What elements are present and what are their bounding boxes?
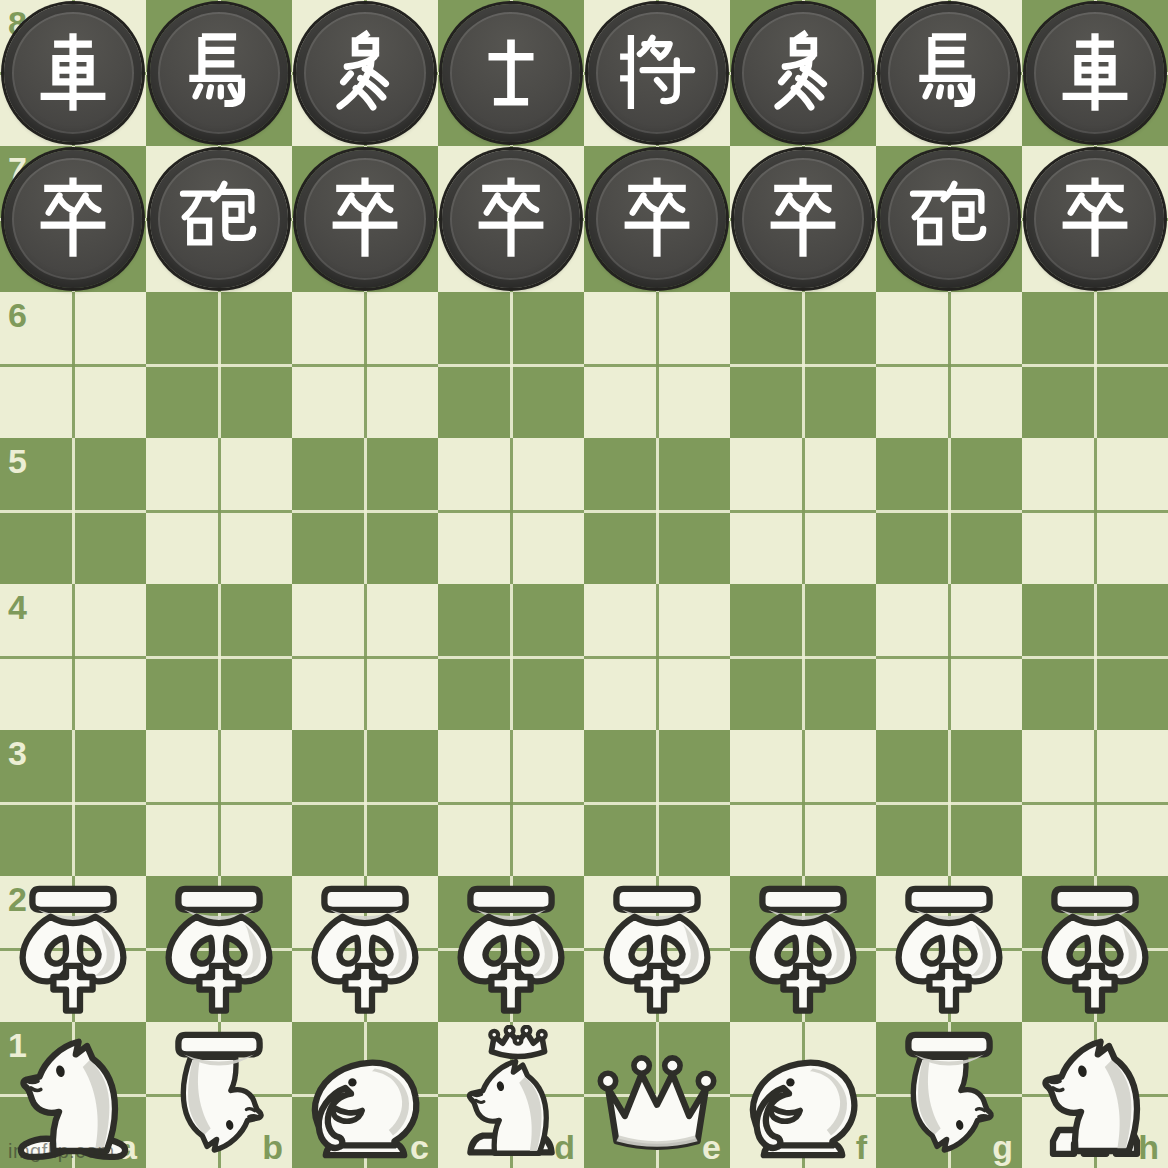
square-g8	[876, 0, 1022, 146]
piece-d8-black-advisor	[442, 4, 580, 142]
piece-b1-white-inverted-knight	[149, 1025, 289, 1165]
square-e1: e	[584, 1022, 730, 1168]
square-g7	[876, 146, 1022, 292]
square-c4	[292, 584, 438, 730]
square-f2	[730, 876, 876, 1022]
square-a3: 3	[0, 730, 146, 876]
square-e5	[584, 438, 730, 584]
piece-g8-black-horse	[880, 4, 1018, 142]
square-a5: 5	[0, 438, 146, 584]
square-a4: 4	[0, 584, 146, 730]
piece-g1-white-inverted-knight	[879, 1025, 1019, 1165]
square-h5	[1022, 438, 1168, 584]
square-b1: b	[146, 1022, 292, 1168]
square-c3	[292, 730, 438, 876]
square-f1: f	[730, 1022, 876, 1168]
piece-h7-black-soldier	[1026, 150, 1164, 288]
square-f3	[730, 730, 876, 876]
square-b7	[146, 146, 292, 292]
piece-d2-white-inverted-king	[441, 879, 581, 1019]
square-h8	[1022, 0, 1168, 146]
square-c1: c	[292, 1022, 438, 1168]
piece-b7-black-cannon	[150, 150, 288, 288]
piece-b2-white-inverted-king	[149, 879, 289, 1019]
square-d5	[438, 438, 584, 584]
square-a6: 6	[0, 292, 146, 438]
square-d2	[438, 876, 584, 1022]
piece-c7-black-soldier	[296, 150, 434, 288]
square-b8	[146, 0, 292, 146]
rank-label-4: 4	[8, 590, 27, 624]
piece-e2-white-inverted-king	[587, 879, 727, 1019]
square-c8	[292, 0, 438, 146]
square-g6	[876, 292, 1022, 438]
piece-g7-black-cannon	[880, 150, 1018, 288]
piece-a8-black-chariot	[4, 4, 142, 142]
square-h6	[1022, 292, 1168, 438]
square-e2	[584, 876, 730, 1022]
square-e3	[584, 730, 730, 876]
square-g3	[876, 730, 1022, 876]
square-f5	[730, 438, 876, 584]
square-h3	[1022, 730, 1168, 876]
piece-e1-white-crown	[587, 1025, 727, 1165]
rank-label-3: 3	[8, 736, 27, 770]
rank-label-6: 6	[8, 298, 27, 332]
piece-c1-white-elephant	[295, 1025, 435, 1165]
square-g5	[876, 438, 1022, 584]
piece-f8-black-elephant	[734, 4, 872, 142]
chess-board: 87654321abcdefgh	[0, 0, 1168, 1168]
square-b6	[146, 292, 292, 438]
piece-e7-black-soldier	[588, 150, 726, 288]
square-a8: 8	[0, 0, 146, 146]
square-b2	[146, 876, 292, 1022]
square-h4	[1022, 584, 1168, 730]
piece-f2-white-inverted-king	[733, 879, 873, 1019]
square-d4	[438, 584, 584, 730]
square-d7	[438, 146, 584, 292]
square-c5	[292, 438, 438, 584]
square-g4	[876, 584, 1022, 730]
square-f7	[730, 146, 876, 292]
square-b4	[146, 584, 292, 730]
square-g2	[876, 876, 1022, 1022]
square-e4	[584, 584, 730, 730]
square-e8	[584, 0, 730, 146]
square-c2	[292, 876, 438, 1022]
square-c7	[292, 146, 438, 292]
piece-d1-white-crowned-knight	[441, 1025, 581, 1165]
square-a2: 2	[0, 876, 146, 1022]
piece-h1-white-knight	[1025, 1025, 1165, 1165]
piece-c8-black-elephant	[296, 4, 434, 142]
piece-a7-black-soldier	[4, 150, 142, 288]
piece-h2-white-inverted-king	[1025, 879, 1165, 1019]
square-d3	[438, 730, 584, 876]
square-e7	[584, 146, 730, 292]
piece-h8-black-chariot	[1026, 4, 1164, 142]
piece-g2-white-inverted-king	[879, 879, 1019, 1019]
square-g1: g	[876, 1022, 1022, 1168]
square-c6	[292, 292, 438, 438]
piece-f7-black-soldier	[734, 150, 872, 288]
rank-label-5: 5	[8, 444, 27, 478]
piece-f1-white-elephant	[733, 1025, 873, 1165]
square-a7: 7	[0, 146, 146, 292]
square-b5	[146, 438, 292, 584]
piece-a2-white-inverted-king	[3, 879, 143, 1019]
piece-e8-black-general	[588, 4, 726, 142]
square-e6	[584, 292, 730, 438]
square-f6	[730, 292, 876, 438]
piece-d7-black-soldier	[442, 150, 580, 288]
square-f8	[730, 0, 876, 146]
square-h1: h	[1022, 1022, 1168, 1168]
watermark: imgflip.com	[8, 1140, 115, 1163]
square-d1: d	[438, 1022, 584, 1168]
piece-b8-black-horse	[150, 4, 288, 142]
square-b3	[146, 730, 292, 876]
piece-c2-white-inverted-king	[295, 879, 435, 1019]
square-h2	[1022, 876, 1168, 1022]
square-d6	[438, 292, 584, 438]
square-h7	[1022, 146, 1168, 292]
square-d8	[438, 0, 584, 146]
square-f4	[730, 584, 876, 730]
